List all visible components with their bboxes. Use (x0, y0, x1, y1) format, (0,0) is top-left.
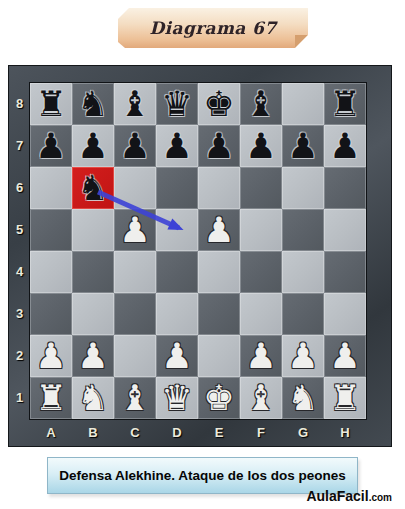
chess-board-frame: 87654321 ♜♞♝♛♚♝♜♟♟♟♟♟♟♟♟♞♟♟♟♟♟♟♟♟♜♞♝♛♚♝♞… (8, 65, 392, 447)
file-label-a: A (30, 421, 72, 447)
file-label-c: C (114, 421, 156, 447)
square-a6 (30, 167, 72, 209)
square-f8: ♝ (240, 83, 282, 125)
black-pawn-h7: ♟ (324, 125, 366, 167)
square-a4 (30, 251, 72, 293)
rank-label-2: 2 (9, 335, 30, 377)
black-king-e8: ♚ (198, 83, 240, 125)
rank-label-3: 3 (9, 293, 30, 335)
rank-label-1: 1 (9, 377, 30, 419)
black-pawn-f7: ♟ (240, 125, 282, 167)
square-g2: ♟ (282, 335, 324, 377)
square-a7: ♟ (30, 125, 72, 167)
square-e4 (198, 251, 240, 293)
rank-labels: 87654321 (9, 83, 30, 419)
black-pawn-e7: ♟ (198, 125, 240, 167)
square-g8 (282, 83, 324, 125)
square-a3 (30, 293, 72, 335)
square-b6: ♞ (72, 167, 114, 209)
square-d7: ♟ (156, 125, 198, 167)
diagram-title: Diagrama 67 (118, 8, 308, 48)
square-b5 (72, 209, 114, 251)
square-f4 (240, 251, 282, 293)
square-h3 (324, 293, 366, 335)
black-pawn-c7: ♟ (114, 125, 156, 167)
square-h4 (324, 251, 366, 293)
white-pawn-h2: ♟ (324, 335, 366, 377)
black-knight-b6: ♞ (72, 167, 114, 209)
file-label-h: H (324, 421, 366, 447)
square-e2 (198, 335, 240, 377)
white-king-e1: ♚ (198, 377, 240, 419)
rank-label-5: 5 (9, 209, 30, 251)
square-d3 (156, 293, 198, 335)
black-pawn-a7: ♟ (30, 125, 72, 167)
black-rook-h8: ♜ (324, 83, 366, 125)
square-c3 (114, 293, 156, 335)
white-rook-h1: ♜ (324, 377, 366, 419)
square-e7: ♟ (198, 125, 240, 167)
square-f2: ♟ (240, 335, 282, 377)
square-b3 (72, 293, 114, 335)
black-bishop-f8: ♝ (240, 83, 282, 125)
square-h5 (324, 209, 366, 251)
banner-fold-corner (295, 35, 308, 48)
page: Diagrama 67 87654321 ♜♞♝♛♚♝♜♟♟♟♟♟♟♟♟♞♟♟♟… (0, 0, 405, 509)
square-c8: ♝ (114, 83, 156, 125)
white-queen-d1: ♛ (156, 377, 198, 419)
white-rook-a1: ♜ (30, 377, 72, 419)
file-label-b: B (72, 421, 114, 447)
square-g1: ♞ (282, 377, 324, 419)
square-h6 (324, 167, 366, 209)
square-e5: ♟ (198, 209, 240, 251)
white-bishop-f1: ♝ (240, 377, 282, 419)
square-c7: ♟ (114, 125, 156, 167)
black-pawn-g7: ♟ (282, 125, 324, 167)
square-f1: ♝ (240, 377, 282, 419)
square-g7: ♟ (282, 125, 324, 167)
square-d8: ♛ (156, 83, 198, 125)
white-knight-g1: ♞ (282, 377, 324, 419)
square-e3 (198, 293, 240, 335)
square-d6 (156, 167, 198, 209)
file-label-f: F (240, 421, 282, 447)
square-c6 (114, 167, 156, 209)
square-g3 (282, 293, 324, 335)
square-f3 (240, 293, 282, 335)
square-b2: ♟ (72, 335, 114, 377)
watermark: AulaFacil.com (306, 487, 392, 505)
white-pawn-c5: ♟ (114, 209, 156, 251)
black-pawn-b7: ♟ (72, 125, 114, 167)
square-b4 (72, 251, 114, 293)
square-d1: ♛ (156, 377, 198, 419)
square-h7: ♟ (324, 125, 366, 167)
square-e8: ♚ (198, 83, 240, 125)
square-d4 (156, 251, 198, 293)
rank-label-6: 6 (9, 167, 30, 209)
white-pawn-b2: ♟ (72, 335, 114, 377)
square-a8: ♜ (30, 83, 72, 125)
square-c2 (114, 335, 156, 377)
rank-label-4: 4 (9, 251, 30, 293)
file-label-d: D (156, 421, 198, 447)
square-e6 (198, 167, 240, 209)
square-a2: ♟ (30, 335, 72, 377)
square-c4 (114, 251, 156, 293)
square-h1: ♜ (324, 377, 366, 419)
square-f7: ♟ (240, 125, 282, 167)
square-c1: ♝ (114, 377, 156, 419)
square-h8: ♜ (324, 83, 366, 125)
black-pawn-d7: ♟ (156, 125, 198, 167)
white-pawn-g2: ♟ (282, 335, 324, 377)
diagram-title-banner: Diagrama 67 (118, 8, 308, 48)
rank-label-7: 7 (9, 125, 30, 167)
black-bishop-c8: ♝ (114, 83, 156, 125)
file-label-g: G (282, 421, 324, 447)
white-bishop-c1: ♝ (114, 377, 156, 419)
square-g6 (282, 167, 324, 209)
white-pawn-a2: ♟ (30, 335, 72, 377)
square-g4 (282, 251, 324, 293)
file-labels: ABCDEFGH (30, 421, 366, 447)
square-a5 (30, 209, 72, 251)
black-knight-b8: ♞ (72, 83, 114, 125)
square-b1: ♞ (72, 377, 114, 419)
square-b7: ♟ (72, 125, 114, 167)
black-queen-d8: ♛ (156, 83, 198, 125)
square-c5: ♟ (114, 209, 156, 251)
square-f6 (240, 167, 282, 209)
white-knight-b1: ♞ (72, 377, 114, 419)
white-pawn-d2: ♟ (156, 335, 198, 377)
square-d5 (156, 209, 198, 251)
square-d2: ♟ (156, 335, 198, 377)
square-e1: ♚ (198, 377, 240, 419)
white-pawn-f2: ♟ (240, 335, 282, 377)
white-pawn-e5: ♟ (198, 209, 240, 251)
square-a1: ♜ (30, 377, 72, 419)
file-label-e: E (198, 421, 240, 447)
square-h2: ♟ (324, 335, 366, 377)
watermark-brand: AulaFacil (306, 488, 368, 504)
chess-board: ♜♞♝♛♚♝♜♟♟♟♟♟♟♟♟♞♟♟♟♟♟♟♟♟♜♞♝♛♚♝♞♜ (30, 83, 366, 419)
caption-text: Defensa Alekhine. Ataque de los dos peon… (59, 468, 345, 483)
square-g5 (282, 209, 324, 251)
watermark-suffix: .com (369, 492, 392, 503)
square-f5 (240, 209, 282, 251)
rank-label-8: 8 (9, 83, 30, 125)
black-rook-a8: ♜ (30, 83, 72, 125)
square-b8: ♞ (72, 83, 114, 125)
